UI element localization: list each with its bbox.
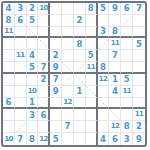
sudoku-app: 4321085967865211388115114257579118271215… [0,0,150,150]
cell-r7c6-empty[interactable] [62,74,74,86]
cell-r9c4-empty[interactable] [38,98,50,110]
cell-r6c8-clue-11[interactable]: 11 [86,62,98,74]
cell-r5c11-empty[interactable] [121,50,133,62]
cell-r4c10-clue-11[interactable]: 11 [109,38,121,50]
cell-r4c9-empty[interactable] [98,38,110,50]
cell-r10c10-empty[interactable] [109,109,121,121]
cell-r1c7-empty[interactable] [74,3,86,15]
cell-r1c3-clue-2[interactable]: 2 [27,3,39,15]
cell-r8c7-clue-1[interactable]: 1 [74,86,86,98]
cell-r9c1-clue-6[interactable]: 6 [3,98,15,110]
cell-r7c9-clue-12[interactable]: 12 [98,74,110,86]
cell-r5c8-clue-5[interactable]: 5 [86,50,98,62]
cell-r1c8-clue-8[interactable]: 8 [86,3,98,15]
cell-r9c9-empty[interactable] [98,98,110,110]
cell-r3c9-clue-3[interactable]: 3 [98,27,110,39]
cell-r5c6-empty[interactable] [62,50,74,62]
cell-r10c12-clue-11[interactable]: 11 [133,109,145,121]
cell-r11c4-empty[interactable] [38,121,50,133]
cell-r6c10-empty[interactable] [109,62,121,74]
cell-r2c12-empty[interactable] [133,15,145,27]
cell-r9c11-empty[interactable] [121,98,133,110]
cell-r11c3-empty[interactable] [27,121,39,133]
cell-r7c5-clue-7[interactable]: 7 [50,74,62,86]
cell-r7c8-empty[interactable] [86,74,98,86]
cell-r8c4-empty[interactable] [38,86,50,98]
sudoku-board: 4321085967865211388115114257579118271215… [1,1,147,147]
cell-r6c1-empty[interactable] [3,62,15,74]
cell-r3c4-empty[interactable] [38,27,50,39]
cell-r10c3-clue-3[interactable]: 3 [27,109,39,121]
cell-r5c5-clue-2[interactable]: 2 [50,50,62,62]
cell-r4c5-empty[interactable] [50,38,62,50]
cell-r4c2-empty[interactable] [15,38,27,50]
cell-r2c3-clue-5[interactable]: 5 [27,15,39,27]
cell-r2c6-empty[interactable] [62,15,74,27]
cell-r8c1-empty[interactable] [3,86,15,98]
cell-r8c5-clue-9[interactable]: 9 [50,86,62,98]
cell-r5c12-empty[interactable] [133,50,145,62]
cell-r3c5-empty[interactable] [50,27,62,39]
cell-r7c11-clue-5[interactable]: 5 [121,74,133,86]
cell-r7c2-empty[interactable] [15,74,27,86]
cell-r12c9-clue-4[interactable]: 4 [98,133,110,145]
cell-r3c11-empty[interactable] [121,27,133,39]
cell-r1c5-empty[interactable] [50,3,62,15]
cell-r2c2-clue-6[interactable]: 6 [15,15,27,27]
cell-r10c9-empty[interactable] [98,109,110,121]
cell-r2c7-clue-2[interactable]: 2 [74,15,86,27]
cell-r7c12-empty[interactable] [133,74,145,86]
cell-r10c5-empty[interactable] [50,109,62,121]
cell-r9c5-empty[interactable] [50,98,62,110]
cell-r6c9-clue-8[interactable]: 8 [98,62,110,74]
cell-r6c4-clue-7[interactable]: 7 [38,62,50,74]
cell-r9c12-empty[interactable] [133,98,145,110]
cell-r7c4-clue-2[interactable]: 2 [38,74,50,86]
cell-r2c4-empty[interactable] [38,15,50,27]
cell-r5c10-clue-7[interactable]: 7 [109,50,121,62]
cell-r8c11-clue-11[interactable]: 11 [121,86,133,98]
cell-r6c2-empty[interactable] [15,62,27,74]
cell-r7c7-empty[interactable] [74,74,86,86]
cell-r6c12-empty[interactable] [133,62,145,74]
cell-r4c7-clue-8[interactable]: 8 [74,38,86,50]
cell-r8c6-empty[interactable] [62,86,74,98]
cell-r12c8-empty[interactable] [86,133,98,145]
cell-r2c1-clue-8[interactable]: 8 [3,15,15,27]
cell-r5c7-empty[interactable] [74,50,86,62]
cell-r11c11-clue-8[interactable]: 8 [121,121,133,133]
cell-r2c11-empty[interactable] [121,15,133,27]
cell-r6c3-clue-5[interactable]: 5 [27,62,39,74]
cell-r1c11-clue-6[interactable]: 6 [121,3,133,15]
cell-r12c1-clue-10[interactable]: 10 [3,133,15,145]
cell-r4c4-empty[interactable] [38,38,50,50]
cell-r12c6-empty[interactable] [62,133,74,145]
cell-r3c12-empty[interactable] [133,27,145,39]
cell-r8c9-empty[interactable] [98,86,110,98]
cell-r1c9-clue-5[interactable]: 5 [98,3,110,15]
cell-r3c6-empty[interactable] [62,27,74,39]
cell-r9c6-clue-12[interactable]: 12 [62,98,74,110]
cell-r1c1-clue-4[interactable]: 4 [3,3,15,15]
cell-r1c12-clue-7[interactable]: 7 [133,3,145,15]
cell-r8c10-clue-4[interactable]: 4 [109,86,121,98]
cell-r8c12-empty[interactable] [133,86,145,98]
cell-r12c4-clue-12[interactable]: 12 [38,133,50,145]
cell-r9c7-empty[interactable] [74,98,86,110]
cell-r1c2-clue-3[interactable]: 3 [15,3,27,15]
cell-r4c1-empty[interactable] [3,38,15,50]
cell-r12c10-clue-6[interactable]: 6 [109,133,121,145]
cell-r5c3-clue-4[interactable]: 4 [27,50,39,62]
cell-r12c5-clue-5[interactable]: 5 [50,133,62,145]
cell-r10c1-empty[interactable] [3,109,15,121]
cell-r3c3-empty[interactable] [27,27,39,39]
cell-r4c12-clue-5[interactable]: 5 [133,38,145,50]
cell-r9c3-clue-1[interactable]: 1 [27,98,39,110]
cell-r12c2-clue-7[interactable]: 7 [15,133,27,145]
cell-r9c10-empty[interactable] [109,98,121,110]
cell-r12c7-empty[interactable] [74,133,86,145]
cell-r4c3-empty[interactable] [27,38,39,50]
cell-r11c5-empty[interactable] [50,121,62,133]
cell-r8c2-empty[interactable] [15,86,27,98]
cell-r11c6-clue-7[interactable]: 7 [62,121,74,133]
cell-r2c10-empty[interactable] [109,15,121,27]
cell-r2c5-empty[interactable] [50,15,62,27]
cell-r12c3-clue-8[interactable]: 8 [27,133,39,145]
cell-r3c2-empty[interactable] [15,27,27,39]
cell-r10c4-clue-6[interactable]: 6 [38,109,50,121]
cell-r10c8-empty[interactable] [86,109,98,121]
cell-r1c4-clue-10[interactable]: 10 [38,3,50,15]
cell-r11c2-empty[interactable] [15,121,27,133]
cell-r12c11-clue-3[interactable]: 3 [121,133,133,145]
cell-r3c1-clue-11[interactable]: 11 [3,27,15,39]
cell-r6c6-empty[interactable] [62,62,74,74]
cell-r7c3-empty[interactable] [27,74,39,86]
cell-r11c7-empty[interactable] [74,121,86,133]
cell-r1c6-empty[interactable] [62,3,74,15]
cell-r8c3-clue-10[interactable]: 10 [27,86,39,98]
cell-r6c7-empty[interactable] [74,62,86,74]
cell-r8c8-empty[interactable] [86,86,98,98]
cell-r7c10-clue-1[interactable]: 1 [109,74,121,86]
cell-r5c2-clue-11[interactable]: 11 [15,50,27,62]
cell-r1c10-clue-9[interactable]: 9 [109,3,121,15]
cell-r12c12-clue-9[interactable]: 9 [133,133,145,145]
cell-r11c10-clue-12[interactable]: 12 [109,121,121,133]
cell-r3c8-empty[interactable] [86,27,98,39]
cell-r10c11-empty[interactable] [121,109,133,121]
cell-r2c9-empty[interactable] [98,15,110,27]
cell-r11c1-empty[interactable] [3,121,15,133]
cell-r3c10-clue-8[interactable]: 8 [109,27,121,39]
cell-r5c1-empty[interactable] [3,50,15,62]
cell-r10c2-empty[interactable] [15,109,27,121]
cell-r9c2-empty[interactable] [15,98,27,110]
cell-r11c12-clue-2[interactable]: 2 [133,121,145,133]
cell-r3c7-empty[interactable] [74,27,86,39]
cell-r10c6-empty[interactable] [62,109,74,121]
cell-r7c1-empty[interactable] [3,74,15,86]
cell-r4c8-empty[interactable] [86,38,98,50]
cell-r2c8-empty[interactable] [86,15,98,27]
cell-r4c6-empty[interactable] [62,38,74,50]
cell-r10c7-empty[interactable] [74,109,86,121]
cell-r4c11-empty[interactable] [121,38,133,50]
cell-r5c4-empty[interactable] [38,50,50,62]
cell-r6c11-empty[interactable] [121,62,133,74]
cell-r9c8-empty[interactable] [86,98,98,110]
cell-r11c8-empty[interactable] [86,121,98,133]
cell-r5c9-empty[interactable] [98,50,110,62]
cell-r11c9-empty[interactable] [98,121,110,133]
cell-r6c5-clue-9[interactable]: 9 [50,62,62,74]
